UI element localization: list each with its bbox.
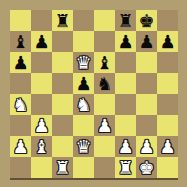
white-pawn[interactable]: ♟	[117, 136, 133, 157]
square-b1[interactable]	[31, 157, 52, 178]
square-a5[interactable]	[10, 73, 31, 94]
square-b5[interactable]	[31, 73, 52, 94]
square-c1[interactable]: ♜	[52, 157, 73, 178]
white-knight[interactable]: ♞	[12, 94, 28, 115]
square-g4[interactable]	[136, 94, 157, 115]
square-g5[interactable]	[136, 73, 157, 94]
square-c8[interactable]: ♜	[52, 10, 73, 31]
black-pawn[interactable]: ♟	[12, 52, 28, 73]
square-h8[interactable]	[157, 10, 178, 31]
square-h6[interactable]	[157, 52, 178, 73]
white-knight[interactable]: ♞	[75, 94, 91, 115]
black-rook[interactable]: ♜	[54, 10, 70, 31]
square-c5[interactable]	[52, 73, 73, 94]
square-a7[interactable]: ♝	[10, 31, 31, 52]
square-b2[interactable]: ♝	[31, 136, 52, 157]
square-h1[interactable]	[157, 157, 178, 178]
square-e8[interactable]	[94, 10, 115, 31]
square-g2[interactable]: ♟	[136, 136, 157, 157]
square-h5[interactable]	[157, 73, 178, 94]
square-b8[interactable]	[31, 10, 52, 31]
black-pawn[interactable]: ♟	[75, 73, 91, 94]
black-king[interactable]: ♚	[138, 10, 154, 31]
square-d8[interactable]	[73, 10, 94, 31]
square-f4[interactable]	[115, 94, 136, 115]
square-d3[interactable]	[73, 115, 94, 136]
square-a3[interactable]	[10, 115, 31, 136]
square-h7[interactable]: ♟	[157, 31, 178, 52]
square-b3[interactable]: ♟	[31, 115, 52, 136]
black-pawn[interactable]: ♟	[159, 31, 175, 52]
white-pawn[interactable]: ♟	[159, 136, 175, 157]
square-f5[interactable]	[115, 73, 136, 94]
square-e1[interactable]	[94, 157, 115, 178]
square-f7[interactable]: ♟	[115, 31, 136, 52]
square-c6[interactable]	[52, 52, 73, 73]
square-f2[interactable]: ♟	[115, 136, 136, 157]
white-bishop[interactable]: ♝	[33, 136, 49, 157]
black-bishop[interactable]: ♝	[96, 52, 112, 73]
black-pawn[interactable]: ♟	[117, 31, 133, 52]
square-e3[interactable]: ♟	[94, 115, 115, 136]
black-knight[interactable]: ♞	[96, 73, 112, 94]
board-frame: ♜♜♚♝♟♟♟♟♟♛♝♟♞♞♞♟♟♟♝♛♟♟♟♜♜♚	[0, 0, 187, 187]
square-b7[interactable]: ♟	[31, 31, 52, 52]
square-c4[interactable]	[52, 94, 73, 115]
white-king[interactable]: ♚	[138, 157, 154, 178]
white-pawn[interactable]: ♟	[33, 115, 49, 136]
square-a8[interactable]	[10, 10, 31, 31]
square-h2[interactable]: ♟	[157, 136, 178, 157]
square-d4[interactable]: ♞	[73, 94, 94, 115]
square-g3[interactable]	[136, 115, 157, 136]
square-g8[interactable]: ♚	[136, 10, 157, 31]
square-d6[interactable]: ♛	[73, 52, 94, 73]
square-c3[interactable]	[52, 115, 73, 136]
square-e2[interactable]	[94, 136, 115, 157]
square-a6[interactable]: ♟	[10, 52, 31, 73]
square-h4[interactable]	[157, 94, 178, 115]
square-f8[interactable]: ♜	[115, 10, 136, 31]
square-a4[interactable]: ♞	[10, 94, 31, 115]
white-pawn[interactable]: ♟	[96, 115, 112, 136]
square-e5[interactable]: ♞	[94, 73, 115, 94]
square-c2[interactable]	[52, 136, 73, 157]
square-f6[interactable]	[115, 52, 136, 73]
black-pawn[interactable]: ♟	[138, 31, 154, 52]
square-c7[interactable]	[52, 31, 73, 52]
square-e6[interactable]: ♝	[94, 52, 115, 73]
square-b4[interactable]	[31, 94, 52, 115]
black-bishop[interactable]: ♝	[12, 31, 28, 52]
square-f3[interactable]	[115, 115, 136, 136]
square-f1[interactable]: ♜	[115, 157, 136, 178]
white-queen[interactable]: ♛	[75, 52, 91, 73]
white-rook[interactable]: ♜	[117, 157, 133, 178]
square-e4[interactable]	[94, 94, 115, 115]
square-d7[interactable]	[73, 31, 94, 52]
square-d1[interactable]	[73, 157, 94, 178]
white-pawn[interactable]: ♟	[12, 136, 28, 157]
white-rook[interactable]: ♜	[54, 157, 70, 178]
white-queen[interactable]: ♛	[75, 136, 91, 157]
square-b6[interactable]	[31, 52, 52, 73]
square-g1[interactable]: ♚	[136, 157, 157, 178]
square-g6[interactable]	[136, 52, 157, 73]
square-d2[interactable]: ♛	[73, 136, 94, 157]
square-a2[interactable]: ♟	[10, 136, 31, 157]
square-h3[interactable]	[157, 115, 178, 136]
black-pawn[interactable]: ♟	[33, 31, 49, 52]
square-e7[interactable]	[94, 31, 115, 52]
white-pawn[interactable]: ♟	[138, 136, 154, 157]
chess-board: ♜♜♚♝♟♟♟♟♟♛♝♟♞♞♞♟♟♟♝♛♟♟♟♜♜♚	[10, 10, 178, 178]
square-d5[interactable]: ♟	[73, 73, 94, 94]
square-g7[interactable]: ♟	[136, 31, 157, 52]
square-a1[interactable]	[10, 157, 31, 178]
black-rook[interactable]: ♜	[117, 10, 133, 31]
